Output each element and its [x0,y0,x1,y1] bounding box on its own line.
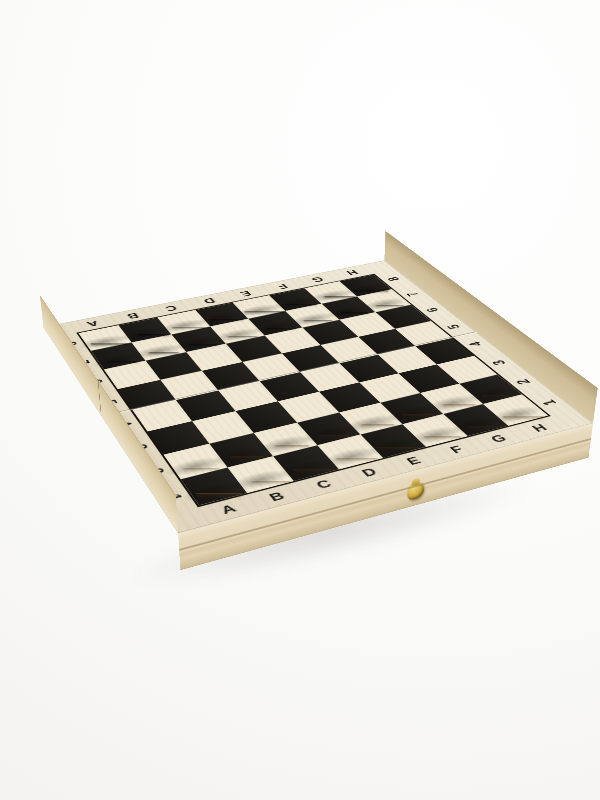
brass-clasp-icon [407,480,425,501]
black-pawn-glyph: ♟ [258,273,301,338]
scene: ABCDEFGH ABCDEFGH 87654321 87654321 ♜♞♝♛… [0,0,600,800]
black-pawn-glyph: ♟ [140,295,185,362]
white-rook-glyph: ♜ [183,402,255,510]
square-a7: ♟ [91,343,146,370]
black-pawn-glyph: ♟ [220,280,264,346]
black-pawn-glyph: ♟ [99,303,144,371]
black-pawn-glyph: ♟ [181,287,225,353]
black-pawn-glyph: ♟ [296,265,339,329]
